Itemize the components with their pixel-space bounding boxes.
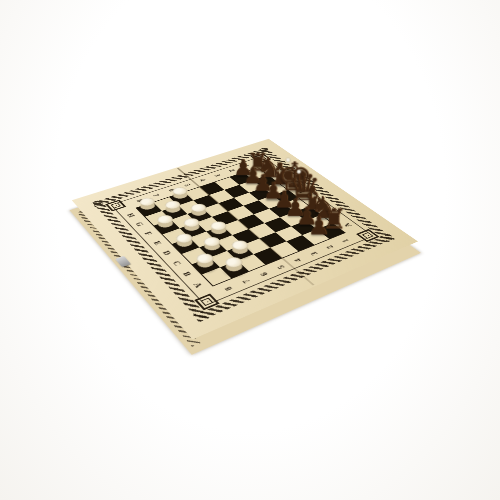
checker-white-d8[interactable]	[174, 240, 196, 253]
light-finial	[286, 158, 289, 161]
checker-white-b8[interactable]	[194, 260, 216, 274]
chess-piece-pawn-a2[interactable]: ♟	[306, 213, 331, 238]
checker-white-f8[interactable]	[155, 221, 176, 233]
checker-white-a7[interactable]	[223, 263, 246, 277]
product-photo-scene: AABBCCDDEEFFGGHH8877665544332211 ♜♞♝♛♚♝♞…	[0, 0, 500, 500]
chess-board: AABBCCDDEEFFGGHH8877665544332211 ♜♞♝♛♚♝♞…	[72, 139, 418, 340]
